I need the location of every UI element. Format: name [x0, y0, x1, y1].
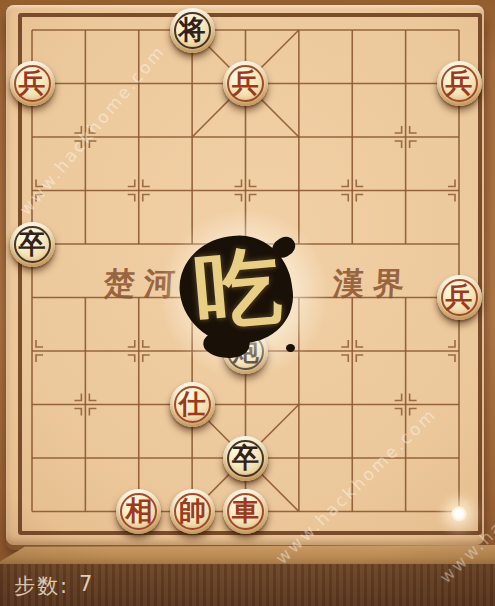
red-pawn-d-glyph: 兵 — [446, 283, 473, 310]
move-counter-label: 步数: — [14, 572, 69, 600]
piece-red-chariot[interactable]: 車 — [223, 489, 268, 534]
move-counter: 步数: 7 — [14, 572, 94, 600]
piece-black-pawn-a[interactable]: 卒 — [10, 222, 55, 267]
piece-red-elephant[interactable]: 相 — [116, 489, 161, 534]
piece-black-pawn-b[interactable]: 卒 — [223, 436, 268, 481]
piece-red-pawn-d[interactable]: 兵 — [437, 275, 482, 320]
move-counter-value: 7 — [79, 572, 94, 600]
corner-glow-indicator — [451, 506, 467, 522]
piece-red-advisor[interactable]: 仕 — [170, 382, 215, 427]
red-pawn-c-glyph: 兵 — [446, 69, 473, 96]
piece-red-general[interactable]: 帥 — [170, 489, 215, 534]
black-pawn-b-glyph: 卒 — [232, 444, 259, 471]
capture-ink-dot — [286, 344, 295, 352]
piece-red-pawn-c[interactable]: 兵 — [437, 61, 482, 106]
red-elephant-glyph: 相 — [125, 497, 152, 524]
red-chariot-glyph: 車 — [232, 497, 259, 524]
red-pawn-a-glyph: 兵 — [19, 69, 46, 96]
piece-red-pawn-b[interactable]: 兵 — [223, 61, 268, 106]
black-pawn-a-glyph: 卒 — [19, 230, 46, 257]
piece-red-pawn-a[interactable]: 兵 — [10, 61, 55, 106]
red-advisor-glyph: 仕 — [179, 390, 206, 417]
river-label-right: 漢界 — [332, 263, 414, 305]
xiangqi-app-screen: 楚河 漢界 将兵兵兵卒兵炮仕卒相帥車 吃 www.hackhome.com ww… — [0, 0, 495, 606]
red-general-glyph: 帥 — [179, 497, 206, 524]
piece-black-general[interactable]: 将 — [170, 8, 215, 53]
black-general-glyph: 将 — [179, 16, 206, 43]
capture-eat-text: 吃 — [191, 242, 284, 335]
red-pawn-b-glyph: 兵 — [232, 69, 259, 96]
